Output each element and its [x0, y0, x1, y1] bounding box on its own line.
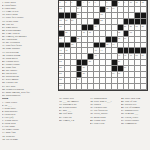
cell-number: 60	[112, 72, 114, 74]
cell-number: 8	[118, 1, 119, 3]
cell-number: 63	[77, 78, 79, 80]
cell-number: 7	[106, 1, 107, 3]
cell-number: 20	[65, 19, 67, 21]
cell-number: 46	[94, 54, 96, 56]
cell-number: 55	[59, 66, 61, 68]
cell-number: 54	[118, 60, 120, 62]
clue-column-bottom-1: 16. Dance step18. ___ the Impaler19. Sup…	[59, 97, 87, 149]
cell-number: 16	[112, 7, 114, 9]
clue-number: 28.	[59, 119, 62, 122]
cell-number: 15	[106, 7, 108, 9]
clue-item: 14. Not at home	[2, 138, 56, 141]
cell-number: 24	[94, 25, 96, 27]
cell-number: 37	[124, 37, 126, 39]
cell-number: 48	[124, 54, 126, 56]
cell-number: 5	[89, 1, 90, 3]
clue-number: 43.	[90, 122, 93, 125]
cell-number: 43	[94, 49, 96, 51]
cell-number: 10	[130, 1, 132, 3]
cell-number: 18	[100, 13, 102, 15]
cell-number: 41	[59, 49, 61, 51]
cell-number: 13	[59, 7, 61, 9]
crossword-grid: 1234567891011121314151617181920212223242…	[58, 0, 148, 91]
cell-number: 32	[118, 31, 120, 33]
cell-number: 57	[124, 66, 126, 68]
cell-number: 1	[59, 1, 60, 3]
scanned-crossword-page: { "game": "crossword", "grid": {"rows": …	[0, 0, 150, 150]
cell-number: 59	[83, 72, 85, 74]
cell-number: 26	[130, 25, 132, 27]
cell-number: 29	[65, 31, 67, 33]
clue-item: 43. Gala event	[90, 122, 118, 125]
cell-number: 2	[65, 1, 66, 3]
clue-number: 14.	[2, 138, 5, 141]
cell-number: 22	[100, 19, 102, 21]
clue-column-left: 1. Scale notes4. Plaid fabric8. Pasta sa…	[2, 1, 56, 149]
cell-number: 27	[136, 25, 138, 27]
cell-number: 47	[118, 54, 120, 56]
cell-number: 56	[83, 66, 85, 68]
clue-number: 58.	[121, 122, 124, 125]
cell-number: 31	[89, 31, 91, 33]
cell-number: 23	[59, 25, 61, 27]
cell-number: 52	[59, 60, 61, 62]
cell-number: 9	[124, 1, 125, 3]
cell-number: 53	[89, 60, 91, 62]
cell-number: 12	[141, 1, 143, 3]
cell-number: 19	[59, 19, 61, 21]
clue-number: 59.	[2, 94, 5, 97]
cell-number: 3	[71, 1, 72, 3]
cell-number: 45	[59, 54, 61, 56]
cell-number: 51	[141, 54, 143, 56]
cell-number: 21	[71, 19, 73, 21]
cell-number: 11	[136, 1, 138, 3]
cell-number: 30	[83, 31, 85, 33]
cell-number: 58	[59, 72, 61, 74]
clue-item: 28. Cameo, e.g.	[59, 119, 87, 122]
cell-number: 42	[65, 49, 67, 51]
grid-cell-r15c15[interactable]	[141, 84, 147, 90]
cell-number: 34	[59, 37, 61, 39]
clue-column-bottom-3: 44. Spice rack item45. Type of tide46. S…	[121, 97, 149, 149]
cell-number: 4	[83, 1, 84, 3]
cell-number: 61	[118, 72, 120, 74]
clue-column-bottom-2: 33. Spanish gold34. Polly want a ___?35.…	[90, 97, 118, 149]
cell-number: 14	[77, 7, 79, 9]
cell-number: 49	[130, 54, 132, 56]
cell-number: 62	[59, 78, 61, 80]
cell-number: 17	[77, 13, 79, 15]
cell-number: 64	[59, 84, 61, 86]
cell-number: 38	[71, 43, 73, 45]
cell-number: 28	[141, 25, 143, 27]
clue-item: 58. Compass pt.	[121, 122, 149, 125]
cell-number: 50	[136, 54, 138, 56]
cell-number: 33	[130, 31, 132, 33]
cell-number: 39	[106, 43, 108, 45]
cell-number: 44	[100, 49, 102, 51]
cell-number: 36	[118, 37, 120, 39]
cell-number: 40	[112, 43, 114, 45]
cell-number: 35	[77, 37, 79, 39]
cell-number: 6	[94, 1, 95, 3]
cell-number: 25	[124, 25, 126, 27]
